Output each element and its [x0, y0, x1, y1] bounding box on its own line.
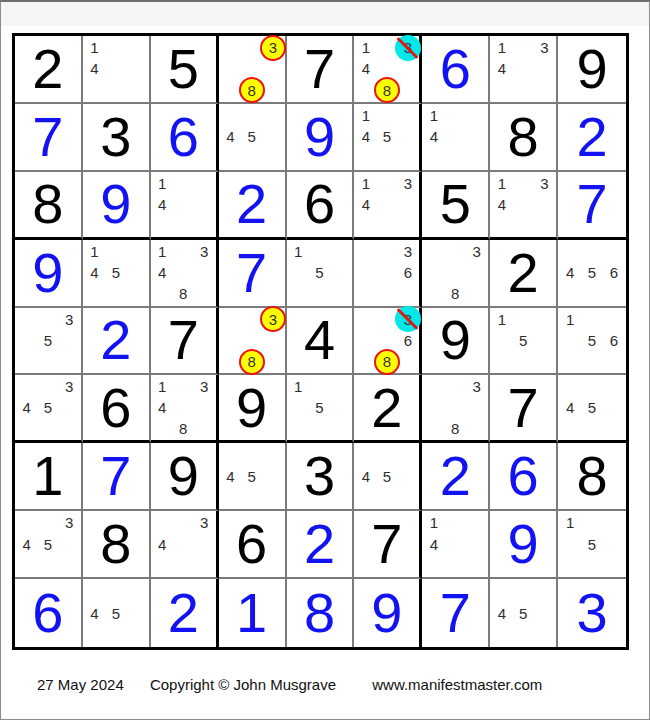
cell-r6c9[interactable]: 45	[558, 375, 626, 443]
empty-candidate-slot	[445, 512, 466, 533]
empty-candidate-slot	[376, 215, 397, 236]
cell-r9c5[interactable]: 8	[287, 579, 355, 647]
cell-r7c9[interactable]: 8	[558, 443, 626, 511]
cell-r1c3[interactable]: 5	[151, 36, 219, 104]
candidate-4: 4	[491, 194, 512, 215]
empty-candidate-slot	[445, 241, 466, 262]
given-digit: 9	[440, 312, 471, 368]
candidate-grid: 34	[152, 512, 215, 576]
candidate-5: 5	[376, 466, 397, 487]
candidate-5: 5	[376, 126, 397, 147]
empty-candidate-slot	[445, 397, 466, 418]
cell-r3c8[interactable]: 134	[490, 172, 558, 240]
empty-candidate-slot	[262, 444, 283, 465]
candidate-grid: 134	[491, 173, 555, 236]
candidate-3: 3	[534, 173, 555, 194]
given-digit: 7	[304, 41, 335, 97]
candidate-1: 1	[559, 309, 581, 330]
candidate-4: 4	[355, 194, 376, 215]
solved-digit: 2	[168, 585, 199, 641]
cell-r2c1[interactable]: 7	[15, 104, 83, 172]
cell-r3c2[interactable]: 9	[83, 172, 151, 240]
cell-r5c8[interactable]: 15	[490, 308, 558, 376]
cell-r4c7[interactable]: 38	[422, 240, 490, 308]
empty-candidate-slot	[603, 555, 625, 576]
cell-r2c6[interactable]: 145	[354, 104, 422, 172]
empty-candidate-slot	[534, 580, 555, 602]
cell-r4c6[interactable]: 36	[354, 240, 422, 308]
empty-candidate-slot	[513, 351, 534, 372]
empty-candidate-slot	[37, 351, 58, 372]
cell-r7c1[interactable]: 1	[15, 443, 83, 511]
footer-site: www.manifestmaster.com	[372, 676, 542, 693]
cell-r8c1[interactable]: 345	[15, 511, 83, 579]
empty-candidate-slot	[581, 512, 603, 533]
candidate-grid: 38	[220, 37, 284, 101]
empty-candidate-slot	[241, 444, 262, 465]
candidate-3: 3	[59, 376, 80, 397]
given-digit: 4	[304, 312, 335, 368]
cell-r5c1[interactable]: 35	[15, 308, 83, 376]
given-digit: 8	[32, 176, 63, 232]
empty-candidate-slot	[309, 241, 330, 262]
empty-candidate-slot	[513, 309, 534, 330]
cell-r4c5[interactable]: 15	[287, 240, 355, 308]
empty-candidate-slot	[376, 262, 397, 283]
candidate-3: 3	[466, 376, 487, 397]
solved-digit: 9	[371, 585, 402, 641]
empty-candidate-slot	[173, 512, 194, 533]
candidate-3: 3	[194, 512, 215, 533]
empty-candidate-slot	[397, 58, 418, 79]
candidate-4: 4	[423, 534, 444, 555]
candidate-1: 1	[152, 376, 173, 397]
empty-candidate-slot	[288, 418, 309, 439]
cell-r5c3[interactable]: 7	[151, 308, 219, 376]
empty-candidate-slot	[355, 215, 376, 236]
cell-r2c2[interactable]: 3	[83, 104, 151, 172]
cell-r2c4[interactable]: 45	[219, 104, 287, 172]
cell-r3c6[interactable]: 134	[354, 172, 422, 240]
candidate-grid: 45	[220, 444, 284, 508]
empty-candidate-slot	[513, 173, 534, 194]
cell-r1c5[interactable]: 7	[287, 36, 355, 104]
cell-r5c4[interactable]: 38	[219, 308, 287, 376]
empty-candidate-slot	[152, 512, 173, 533]
empty-candidate-slot	[397, 80, 418, 101]
empty-candidate-slot	[423, 147, 444, 168]
empty-candidate-slot	[376, 241, 397, 262]
cell-r8c3[interactable]: 34	[151, 511, 219, 579]
empty-candidate-slot	[513, 80, 534, 101]
empty-candidate-slot	[376, 147, 397, 168]
cell-r4c3[interactable]: 1348	[151, 240, 219, 308]
cell-r3c5[interactable]: 6	[287, 172, 355, 240]
candidate-4: 4	[355, 126, 376, 147]
candidate-grid: 45	[559, 376, 625, 439]
empty-candidate-slot	[355, 241, 376, 262]
candidate-5: 5	[241, 126, 262, 147]
candidate-grid: 45	[84, 580, 148, 646]
candidate-3: 3	[397, 241, 418, 262]
empty-candidate-slot	[37, 512, 58, 533]
empty-candidate-slot	[152, 215, 173, 236]
empty-candidate-slot	[173, 397, 194, 418]
cell-r3c7[interactable]: 5	[422, 172, 490, 240]
candidate-1: 1	[355, 173, 376, 194]
empty-candidate-slot	[376, 173, 397, 194]
cell-r1c8[interactable]: 134	[490, 36, 558, 104]
cell-r8c2[interactable]: 8	[83, 511, 151, 579]
empty-candidate-slot	[445, 534, 466, 555]
candidate-grid: 14	[84, 37, 148, 101]
empty-candidate-slot	[84, 624, 105, 646]
empty-candidate-slot	[603, 283, 625, 304]
candidate-1: 1	[152, 241, 173, 262]
highlighted-candidate-8: 8	[239, 349, 265, 375]
empty-candidate-slot	[513, 215, 534, 236]
candidate-3: 3	[59, 309, 80, 330]
cell-r7c4[interactable]: 45	[219, 443, 287, 511]
given-digit: 1	[32, 448, 63, 504]
cell-r1c1[interactable]: 2	[15, 36, 83, 104]
empty-candidate-slot	[534, 80, 555, 101]
empty-candidate-slot	[559, 351, 581, 372]
empty-candidate-slot	[309, 283, 330, 304]
given-digit: 8	[100, 516, 131, 572]
solved-digit: 2	[304, 516, 335, 572]
empty-candidate-slot	[603, 512, 625, 533]
cell-r6c4[interactable]: 9	[219, 375, 287, 443]
cell-r6c8[interactable]: 7	[490, 375, 558, 443]
cell-r6c5[interactable]: 15	[287, 375, 355, 443]
empty-candidate-slot	[355, 330, 376, 351]
empty-candidate-slot	[603, 309, 625, 330]
empty-candidate-slot	[152, 555, 173, 576]
empty-candidate-slot	[491, 80, 512, 101]
candidate-4: 4	[559, 262, 581, 283]
empty-candidate-slot	[491, 580, 512, 602]
cell-r9c4[interactable]: 1	[219, 579, 287, 647]
cell-r6c3[interactable]: 1348	[151, 375, 219, 443]
cell-r1c7[interactable]: 6	[422, 36, 490, 104]
cell-r1c6[interactable]: 1348	[354, 36, 422, 104]
sudoku-page: 2145387134861349736459145148289142613451…	[0, 0, 650, 720]
empty-candidate-slot	[581, 555, 603, 576]
empty-candidate-slot	[84, 283, 105, 304]
empty-candidate-slot	[37, 418, 58, 439]
cell-r3c3[interactable]: 14	[151, 172, 219, 240]
candidate-grid: 14	[152, 173, 215, 236]
cell-r4c1[interactable]: 9	[15, 240, 83, 308]
candidate-4: 4	[559, 397, 581, 418]
empty-candidate-slot	[534, 58, 555, 79]
cell-r8c4[interactable]: 6	[219, 511, 287, 579]
candidate-8: 8	[445, 283, 466, 304]
empty-candidate-slot	[173, 173, 194, 194]
cell-r4c8[interactable]: 2	[490, 240, 558, 308]
empty-candidate-slot	[534, 330, 555, 351]
empty-candidate-slot	[220, 444, 241, 465]
candidate-grid: 38	[423, 376, 487, 439]
empty-candidate-slot	[126, 241, 147, 262]
candidate-1: 1	[491, 37, 512, 58]
cell-r8c6[interactable]: 7	[354, 511, 422, 579]
cell-r8c8[interactable]: 9	[490, 511, 558, 579]
cell-r7c7[interactable]: 2	[422, 443, 490, 511]
cell-r8c5[interactable]: 2	[287, 511, 355, 579]
empty-candidate-slot	[466, 126, 487, 147]
cell-r7c2[interactable]: 7	[83, 443, 151, 511]
footer-date: 27 May 2024	[37, 676, 124, 693]
empty-candidate-slot	[59, 330, 80, 351]
empty-candidate-slot	[220, 147, 241, 168]
empty-candidate-slot	[534, 309, 555, 330]
empty-candidate-slot	[466, 283, 487, 304]
highlighted-candidate-8: 8	[374, 349, 400, 375]
empty-candidate-slot	[194, 418, 215, 439]
cell-r9c2[interactable]: 45	[83, 579, 151, 647]
cell-r1c9[interactable]: 9	[558, 36, 626, 104]
candidate-grid: 1348	[355, 37, 418, 101]
empty-candidate-slot	[220, 330, 241, 351]
candidate-grid: 368	[355, 309, 418, 373]
candidate-6: 6	[397, 262, 418, 283]
candidate-8: 8	[445, 418, 466, 439]
empty-candidate-slot	[194, 215, 215, 236]
empty-candidate-slot	[16, 512, 37, 533]
cell-r9c3[interactable]: 2	[151, 579, 219, 647]
empty-candidate-slot	[397, 147, 418, 168]
cell-r2c3[interactable]: 6	[151, 104, 219, 172]
candidate-3: 3	[534, 37, 555, 58]
empty-candidate-slot	[466, 262, 487, 283]
empty-candidate-slot	[126, 580, 147, 602]
cell-r9c8[interactable]: 45	[490, 579, 558, 647]
empty-candidate-slot	[330, 397, 351, 418]
candidate-grid: 15	[288, 241, 352, 305]
empty-candidate-slot	[105, 58, 126, 79]
empty-candidate-slot	[330, 283, 351, 304]
empty-candidate-slot	[194, 283, 215, 304]
empty-candidate-slot	[126, 624, 147, 646]
given-digit: 6	[236, 516, 267, 572]
given-digit: 8	[576, 448, 607, 504]
empty-candidate-slot	[445, 147, 466, 168]
cell-r7c5[interactable]: 3	[287, 443, 355, 511]
candidate-slot-3: 3	[397, 37, 418, 58]
empty-candidate-slot	[423, 397, 444, 418]
empty-candidate-slot	[309, 376, 330, 397]
candidate-1: 1	[84, 241, 105, 262]
empty-candidate-slot	[513, 580, 534, 602]
cell-r3c9[interactable]: 7	[558, 172, 626, 240]
empty-candidate-slot	[262, 330, 283, 351]
cell-r7c3[interactable]: 9	[151, 443, 219, 511]
candidate-5: 5	[513, 602, 534, 624]
empty-candidate-slot	[603, 351, 625, 372]
candidate-4: 4	[220, 126, 241, 147]
candidate-grid: 45	[491, 580, 555, 646]
empty-candidate-slot	[466, 397, 487, 418]
candidate-grid: 1348	[152, 241, 215, 305]
candidate-5: 5	[105, 262, 126, 283]
empty-candidate-slot	[262, 351, 283, 372]
cell-r2c8[interactable]: 8	[490, 104, 558, 172]
empty-candidate-slot	[559, 330, 581, 351]
empty-candidate-slot	[330, 241, 351, 262]
empty-candidate-slot	[220, 37, 241, 58]
solved-digit: 2	[440, 448, 471, 504]
candidate-slot-3: 3	[262, 37, 283, 58]
cell-r3c1[interactable]: 8	[15, 172, 83, 240]
cell-r5c5[interactable]: 4	[287, 308, 355, 376]
cell-r9c7[interactable]: 7	[422, 579, 490, 647]
empty-candidate-slot	[397, 194, 418, 215]
empty-candidate-slot	[262, 126, 283, 147]
candidate-3: 3	[59, 512, 80, 533]
solved-digit: 7	[576, 176, 607, 232]
candidate-4: 4	[355, 58, 376, 79]
empty-candidate-slot	[173, 262, 194, 283]
cell-r9c1[interactable]: 6	[15, 579, 83, 647]
given-digit: 5	[168, 41, 199, 97]
empty-candidate-slot	[397, 444, 418, 465]
candidate-grid: 45	[220, 105, 284, 169]
empty-candidate-slot	[423, 262, 444, 283]
candidate-grid: 134	[355, 173, 418, 236]
sudoku-board: 2145387134861349736459145148289142613451…	[12, 33, 629, 650]
empty-candidate-slot	[152, 283, 173, 304]
candidate-3: 3	[194, 241, 215, 262]
given-digit: 6	[100, 380, 131, 436]
cell-r4c9[interactable]: 456	[558, 240, 626, 308]
candidate-5: 5	[37, 534, 58, 555]
cell-r7c8[interactable]: 6	[490, 443, 558, 511]
candidate-4: 4	[16, 534, 37, 555]
empty-candidate-slot	[59, 351, 80, 372]
cell-r5c6[interactable]: 368	[354, 308, 422, 376]
empty-candidate-slot	[445, 555, 466, 576]
candidate-grid: 14	[423, 512, 487, 576]
cell-r3c4[interactable]: 2	[219, 172, 287, 240]
candidate-1: 1	[491, 173, 512, 194]
empty-candidate-slot	[126, 262, 147, 283]
solved-digit: 2	[236, 176, 267, 232]
empty-candidate-slot	[397, 466, 418, 487]
cell-r6c1[interactable]: 345	[15, 375, 83, 443]
empty-candidate-slot	[220, 105, 241, 126]
candidate-grid: 1348	[152, 376, 215, 439]
given-digit: 2	[508, 245, 539, 301]
solved-digit: 1	[236, 585, 267, 641]
candidate-4: 4	[491, 58, 512, 79]
candidate-5: 5	[37, 397, 58, 418]
cell-r1c2[interactable]: 14	[83, 36, 151, 104]
cell-r2c7[interactable]: 14	[422, 104, 490, 172]
cell-r5c7[interactable]: 9	[422, 308, 490, 376]
candidate-grid: 14	[423, 105, 487, 169]
cell-r4c2[interactable]: 145	[83, 240, 151, 308]
cell-r2c5[interactable]: 9	[287, 104, 355, 172]
candidate-4: 4	[152, 194, 173, 215]
given-digit: 9	[576, 41, 607, 97]
given-digit: 3	[304, 448, 335, 504]
empty-candidate-slot	[105, 580, 126, 602]
empty-candidate-slot	[466, 105, 487, 126]
empty-candidate-slot	[603, 418, 625, 439]
cell-r5c9[interactable]: 156	[558, 308, 626, 376]
cell-r8c9[interactable]: 15	[558, 511, 626, 579]
candidate-5: 5	[105, 602, 126, 624]
empty-candidate-slot	[603, 397, 625, 418]
cell-r8c7[interactable]: 14	[422, 511, 490, 579]
candidate-slot-8: 8	[241, 351, 262, 372]
empty-candidate-slot	[397, 487, 418, 508]
empty-candidate-slot	[194, 173, 215, 194]
cell-r6c2[interactable]: 6	[83, 375, 151, 443]
solved-digit: 6	[508, 448, 539, 504]
cell-r6c6[interactable]: 2	[354, 375, 422, 443]
solved-digit: 7	[236, 245, 267, 301]
empty-candidate-slot	[105, 37, 126, 58]
cell-r9c9[interactable]: 3	[558, 579, 626, 647]
empty-candidate-slot	[241, 147, 262, 168]
empty-candidate-slot	[581, 309, 603, 330]
empty-candidate-slot	[330, 376, 351, 397]
empty-candidate-slot	[84, 580, 105, 602]
empty-candidate-slot	[59, 418, 80, 439]
cell-r5c2[interactable]: 2	[83, 308, 151, 376]
cell-r7c6[interactable]: 45	[354, 443, 422, 511]
empty-candidate-slot	[534, 351, 555, 372]
cell-r1c4[interactable]: 38	[219, 36, 287, 104]
cell-r2c9[interactable]: 2	[558, 104, 626, 172]
empty-candidate-slot	[16, 309, 37, 330]
empty-candidate-slot	[445, 376, 466, 397]
candidate-5: 5	[581, 262, 603, 283]
empty-candidate-slot	[309, 418, 330, 439]
top-strip	[1, 2, 649, 26]
empty-candidate-slot	[534, 215, 555, 236]
empty-candidate-slot	[376, 487, 397, 508]
candidate-4: 4	[152, 397, 173, 418]
empty-candidate-slot	[423, 283, 444, 304]
candidate-6: 6	[397, 330, 418, 351]
candidate-1: 1	[288, 241, 309, 262]
cell-r4c4[interactable]: 7	[219, 240, 287, 308]
candidate-1: 1	[423, 105, 444, 126]
footer: 27 May 2024 Copyright © John Musgrave ww…	[37, 676, 542, 693]
solved-digit: 6	[32, 585, 63, 641]
empty-candidate-slot	[559, 283, 581, 304]
empty-candidate-slot	[397, 215, 418, 236]
empty-candidate-slot	[330, 262, 351, 283]
empty-candidate-slot	[445, 105, 466, 126]
empty-candidate-slot	[84, 80, 105, 101]
empty-candidate-slot	[466, 555, 487, 576]
empty-candidate-slot	[581, 376, 603, 397]
empty-candidate-slot	[126, 283, 147, 304]
candidate-5: 5	[581, 330, 603, 351]
candidate-slot-8: 8	[241, 80, 262, 101]
cell-r6c7[interactable]: 38	[422, 375, 490, 443]
candidate-1: 1	[423, 512, 444, 533]
empty-candidate-slot	[355, 487, 376, 508]
empty-candidate-slot	[513, 194, 534, 215]
empty-candidate-slot	[534, 194, 555, 215]
cell-r9c6[interactable]: 9	[354, 579, 422, 647]
